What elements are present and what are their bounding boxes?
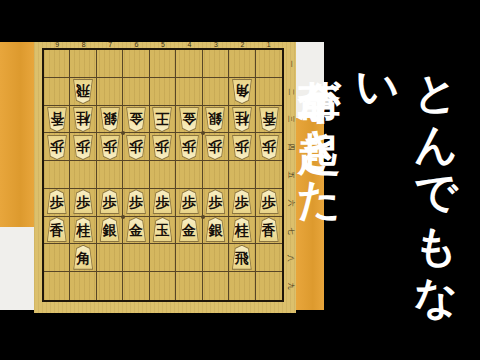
shogi-piece-角-88-sente: 角 [73, 245, 94, 270]
board-cell-8-4: 歩 [70, 133, 96, 161]
board-cell-2-5 [229, 161, 255, 189]
file-label-5: 5 [161, 41, 165, 48]
shogi-piece-銀-33-gote: 銀 [205, 107, 226, 132]
shogi-piece-歩-26-sente: 歩 [231, 189, 252, 214]
board-cell-1-8 [256, 244, 282, 272]
board-cell-3-7: 銀 [203, 217, 229, 245]
board-cell-7-2 [97, 78, 123, 106]
board-cell-1-5 [256, 161, 282, 189]
board-cell-8-2: 飛 [70, 78, 96, 106]
board-cell-6-8 [123, 244, 149, 272]
board-cell-5-4: 歩 [150, 133, 176, 161]
board-cell-6-5 [123, 161, 149, 189]
shogi-piece-歩-66-sente: 歩 [126, 189, 147, 214]
shogi-piece-桂-23-gote: 桂 [231, 107, 252, 132]
board-cell-4-9 [176, 272, 202, 300]
board-cell-4-7: 金 [176, 217, 202, 245]
board-cell-8-1 [70, 50, 96, 78]
shogi-piece-飛-82-gote: 飛 [73, 79, 94, 104]
board-cell-4-4: 歩 [176, 133, 202, 161]
board-cell-9-8 [44, 244, 70, 272]
board-cell-2-8: 飛 [229, 244, 255, 272]
board-cell-2-1 [229, 50, 255, 78]
shogi-piece-歩-86-sente: 歩 [73, 189, 94, 214]
board-cell-2-4: 歩 [229, 133, 255, 161]
shogi-piece-香-17-sente: 香 [258, 217, 279, 242]
shogi-piece-香-97-sente: 香 [46, 217, 67, 242]
board-cell-5-3: 王 [150, 106, 176, 134]
board-cell-5-5 [150, 161, 176, 189]
shogi-piece-歩-44-gote: 歩 [178, 135, 199, 160]
board-cell-3-2 [203, 78, 229, 106]
shogi-piece-金-63-gote: 金 [126, 107, 147, 132]
board-cell-5-2 [150, 78, 176, 106]
shogi-piece-桂-27-sente: 桂 [231, 217, 252, 242]
board-cell-1-9 [256, 272, 282, 300]
shogi-piece-歩-14-gote: 歩 [258, 135, 279, 160]
board-cell-6-6: 歩 [123, 189, 149, 217]
board-cell-9-3: 香 [44, 106, 70, 134]
shogi-piece-歩-34-gote: 歩 [205, 135, 226, 160]
caption-line-1: とんでもない [349, 46, 466, 326]
board-cell-8-9 [70, 272, 96, 300]
shogi-piece-歩-84-gote: 歩 [73, 135, 94, 160]
board-cell-3-4: 歩 [203, 133, 229, 161]
shogi-piece-歩-56-sente: 歩 [152, 189, 173, 214]
board-grid: 飛角香桂銀金王金銀桂香歩歩歩歩歩歩歩歩歩歩歩歩歩歩歩歩歩歩香桂銀金玉金銀桂香角飛 [42, 48, 284, 302]
video-frame: 987654321 一二三四五六七八九 飛角香桂銀金王金銀桂香歩歩歩歩歩歩歩歩歩… [0, 0, 480, 360]
shogi-piece-金-43-gote: 金 [178, 107, 199, 132]
shogi-piece-歩-94-gote: 歩 [46, 135, 67, 160]
board-cell-7-7: 銀 [97, 217, 123, 245]
board-cell-8-6: 歩 [70, 189, 96, 217]
shogi-piece-銀-37-sente: 銀 [205, 217, 226, 242]
background-left-white-panel [0, 227, 34, 310]
star-point [201, 215, 205, 219]
board-cell-9-9 [44, 272, 70, 300]
file-label-3: 3 [214, 41, 218, 48]
shogi-piece-銀-77-sente: 銀 [99, 217, 120, 242]
board-cell-7-5 [97, 161, 123, 189]
board-cell-3-6: 歩 [203, 189, 229, 217]
board-cell-1-6: 歩 [256, 189, 282, 217]
file-label-2: 2 [240, 41, 244, 48]
shogi-piece-歩-46-sente: 歩 [178, 189, 199, 214]
board-cell-6-1 [123, 50, 149, 78]
shogi-piece-桂-87-sente: 桂 [73, 217, 94, 242]
board-cell-7-1 [97, 50, 123, 78]
board-cell-9-6: 歩 [44, 189, 70, 217]
board-cell-1-4: 歩 [256, 133, 282, 161]
board-cell-5-9 [150, 272, 176, 300]
shogi-piece-歩-96-sente: 歩 [46, 189, 67, 214]
file-label-9: 9 [55, 41, 59, 48]
board-cell-6-4: 歩 [123, 133, 149, 161]
board-cell-5-6: 歩 [150, 189, 176, 217]
shogi-piece-角-22-gote: 角 [231, 79, 252, 104]
board-cell-9-5 [44, 161, 70, 189]
shogi-piece-香-93-gote: 香 [46, 107, 67, 132]
caption-line-2: 革命が起きた [291, 46, 349, 326]
board-cell-5-7: 玉 [150, 217, 176, 245]
shogi-piece-桂-83-gote: 桂 [73, 107, 94, 132]
board-cell-4-8 [176, 244, 202, 272]
shogi-piece-歩-24-gote: 歩 [231, 135, 252, 160]
file-label-4: 4 [187, 41, 191, 48]
file-label-7: 7 [108, 41, 112, 48]
board-cell-6-7: 金 [123, 217, 149, 245]
board-cell-9-1 [44, 50, 70, 78]
board-cell-1-3: 香 [256, 106, 282, 134]
board-cell-4-1 [176, 50, 202, 78]
board-cell-2-6: 歩 [229, 189, 255, 217]
board-cell-4-5 [176, 161, 202, 189]
file-label-1: 1 [267, 41, 271, 48]
title-caption: とんでもない 革命が起きた [291, 46, 466, 326]
board-cell-1-1 [256, 50, 282, 78]
shogi-piece-歩-16-sente: 歩 [258, 189, 279, 214]
board-cell-6-3: 金 [123, 106, 149, 134]
board-cell-3-3: 銀 [203, 106, 229, 134]
shogi-piece-歩-74-gote: 歩 [99, 135, 120, 160]
board-cell-5-8 [150, 244, 176, 272]
board-cell-1-2 [256, 78, 282, 106]
board-cell-5-1 [150, 50, 176, 78]
shogi-piece-歩-64-gote: 歩 [126, 135, 147, 160]
board-cell-9-4: 歩 [44, 133, 70, 161]
board-cell-8-3: 桂 [70, 106, 96, 134]
board-cell-7-9 [97, 272, 123, 300]
shogi-piece-飛-28-sente: 飛 [231, 245, 252, 270]
board-cell-2-2: 角 [229, 78, 255, 106]
board-cell-7-3: 銀 [97, 106, 123, 134]
board-cell-8-5 [70, 161, 96, 189]
board-cell-4-3: 金 [176, 106, 202, 134]
board-cell-9-7: 香 [44, 217, 70, 245]
file-label-8: 8 [82, 41, 86, 48]
shogi-piece-歩-54-gote: 歩 [152, 135, 173, 160]
board-cell-2-9 [229, 272, 255, 300]
shogi-board: 987654321 一二三四五六七八九 飛角香桂銀金王金銀桂香歩歩歩歩歩歩歩歩歩… [34, 42, 296, 313]
shogi-piece-歩-76-sente: 歩 [99, 189, 120, 214]
board-cell-7-4: 歩 [97, 133, 123, 161]
shogi-piece-王-53-gote: 王 [152, 107, 173, 132]
board-cell-3-8 [203, 244, 229, 272]
shogi-piece-銀-73-gote: 銀 [99, 107, 120, 132]
board-cell-3-9 [203, 272, 229, 300]
board-cell-8-7: 桂 [70, 217, 96, 245]
background-left-orange-panel [0, 42, 34, 227]
shogi-piece-歩-36-sente: 歩 [205, 189, 226, 214]
shogi-piece-玉-57-sente: 玉 [152, 217, 173, 242]
board-cell-4-6: 歩 [176, 189, 202, 217]
board-cell-3-5 [203, 161, 229, 189]
shogi-piece-香-13-gote: 香 [258, 107, 279, 132]
board-cell-3-1 [203, 50, 229, 78]
shogi-piece-金-47-sente: 金 [178, 217, 199, 242]
board-cell-6-2 [123, 78, 149, 106]
shogi-piece-金-67-sente: 金 [126, 217, 147, 242]
board-cell-1-7: 香 [256, 217, 282, 245]
board-cell-2-7: 桂 [229, 217, 255, 245]
board-cell-6-9 [123, 272, 149, 300]
file-label-6: 6 [135, 41, 139, 48]
board-cell-7-6: 歩 [97, 189, 123, 217]
board-cell-7-8 [97, 244, 123, 272]
board-cell-4-2 [176, 78, 202, 106]
board-cell-8-8: 角 [70, 244, 96, 272]
board-cell-2-3: 桂 [229, 106, 255, 134]
board-cell-9-2 [44, 78, 70, 106]
